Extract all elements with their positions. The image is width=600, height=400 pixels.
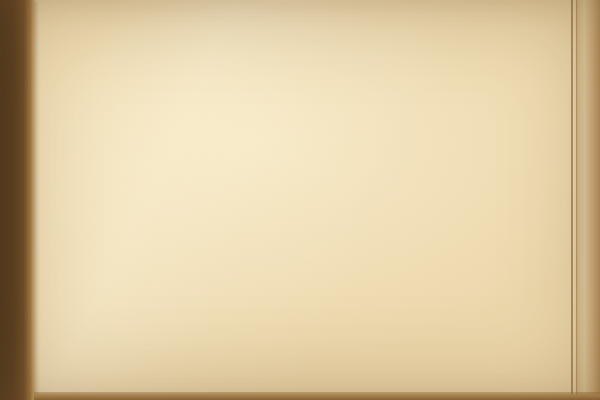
board-frame-right (578, 0, 600, 400)
board-frame-groove (576, 0, 578, 400)
xiangqi-board (0, 0, 600, 400)
board-grid-lines (0, 0, 600, 400)
board-frame-bottom-bevel (34, 392, 600, 400)
board-frame-left (0, 0, 34, 400)
board-frame-groove (571, 0, 573, 400)
